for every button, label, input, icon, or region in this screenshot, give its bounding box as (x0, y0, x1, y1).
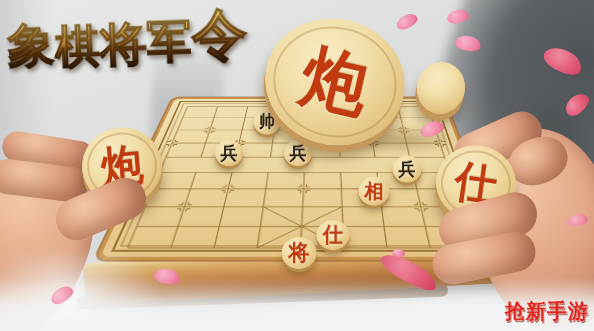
left-mist (0, 250, 160, 331)
left-thumb (50, 171, 153, 246)
watermark: 抢新手游 (505, 298, 589, 325)
